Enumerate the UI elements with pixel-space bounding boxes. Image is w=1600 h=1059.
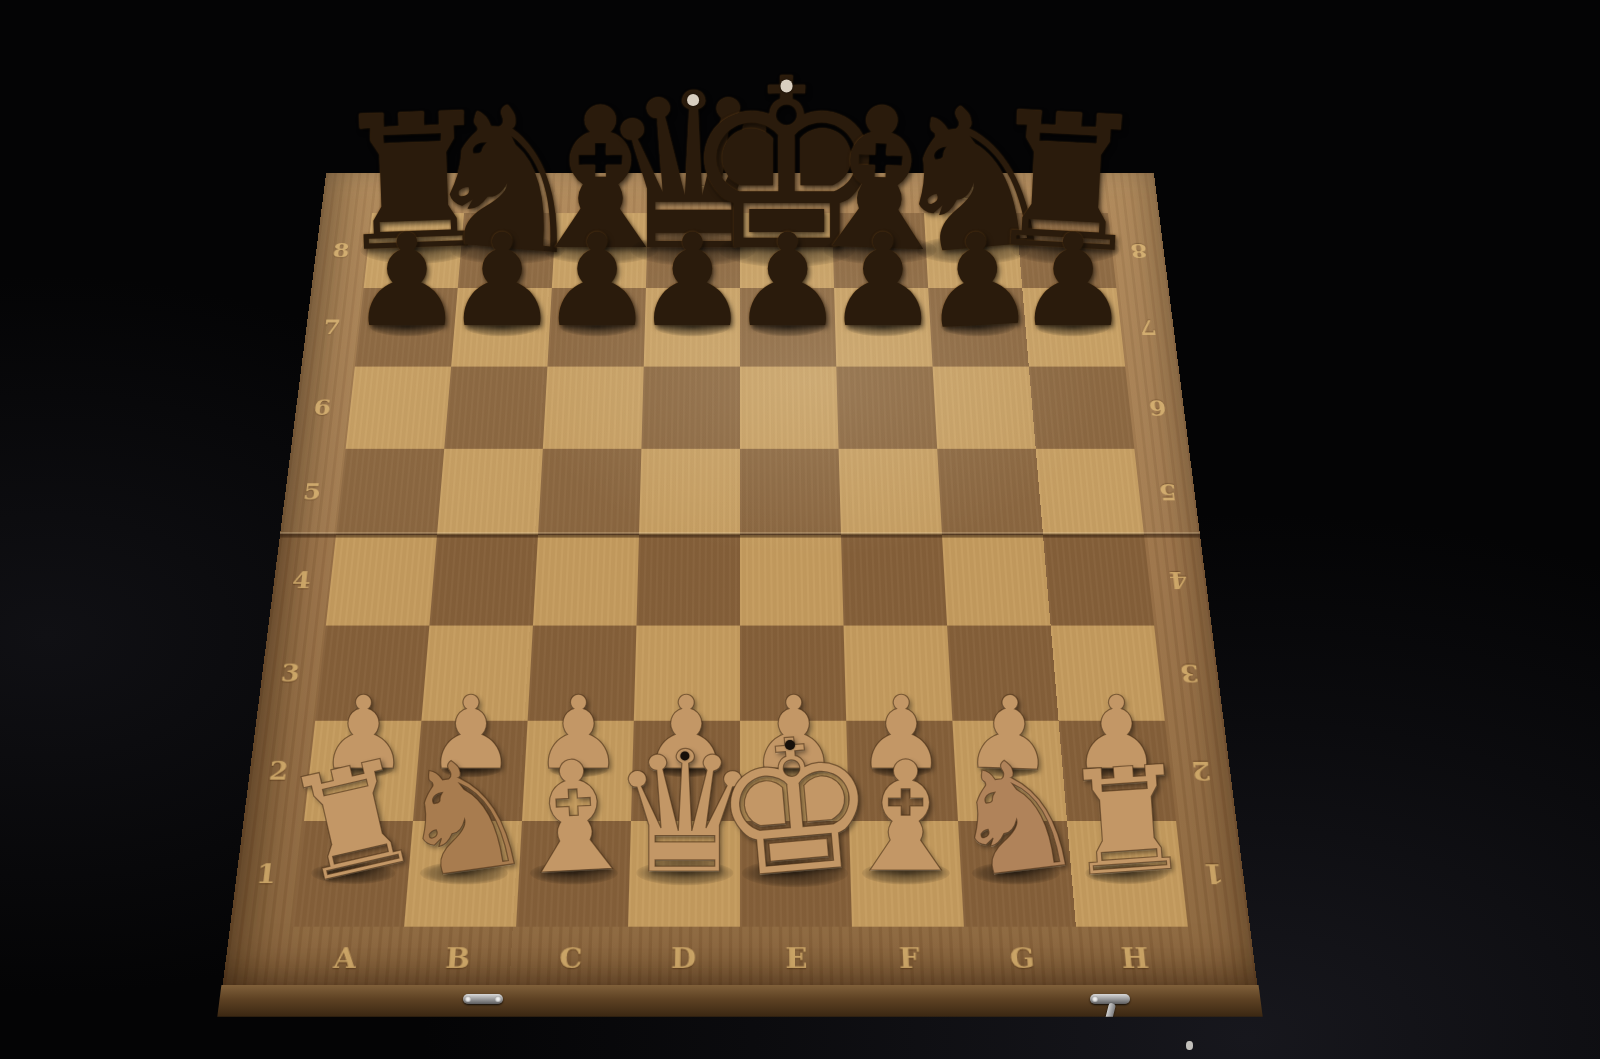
square-e5[interactable] — [740, 449, 841, 535]
box-front-edge — [217, 985, 1262, 1017]
square-a4[interactable] — [326, 535, 437, 626]
rank-label-left-5: 5 — [302, 479, 323, 505]
rank-label-left-3: 3 — [279, 658, 301, 686]
latch-left — [463, 994, 503, 1004]
file-label-bottom-B: B — [444, 942, 471, 975]
rank-label-left-7: 7 — [322, 315, 342, 338]
file-label-bottom-C: C — [558, 942, 583, 975]
square-h6[interactable] — [1029, 367, 1134, 449]
square-c5[interactable] — [538, 449, 641, 535]
square-g6[interactable] — [933, 367, 1036, 449]
square-d6[interactable] — [641, 367, 740, 449]
rank-label-right-6: 6 — [1148, 395, 1168, 419]
rank-label-left-1: 1 — [255, 858, 279, 889]
screw-icon — [1092, 996, 1098, 1002]
square-a6[interactable] — [346, 367, 451, 449]
square-f6[interactable] — [836, 367, 937, 449]
square-e4[interactable] — [740, 535, 844, 626]
white-rook-h1[interactable]: ♜ — [1057, 745, 1196, 898]
square-b6[interactable] — [444, 367, 547, 449]
square-f5[interactable] — [839, 449, 942, 535]
file-label-bottom-D: D — [671, 942, 697, 975]
file-label-bottom-G: G — [1009, 942, 1036, 975]
square-d5[interactable] — [639, 449, 740, 535]
rank-label-left-6: 6 — [312, 395, 332, 419]
rank-label-right-3: 3 — [1178, 658, 1200, 686]
square-h4[interactable] — [1043, 535, 1154, 626]
dust-speck — [1186, 1041, 1193, 1050]
rank-label-right-1: 1 — [1202, 858, 1226, 889]
square-c6[interactable] — [543, 367, 644, 449]
square-f4[interactable] — [841, 535, 947, 626]
square-g4[interactable] — [942, 535, 1051, 626]
black-pawn-h7[interactable]: ♟ — [1016, 217, 1131, 345]
square-c4[interactable] — [533, 535, 639, 626]
photo-backdrop: 8765432187654321ABCDEFGHABCDEFGH ♜♞♝♛♚♝♞… — [0, 0, 1600, 1059]
square-g5[interactable] — [937, 449, 1043, 535]
rank-label-right-4: 4 — [1168, 566, 1190, 593]
latch-hook — [1103, 1002, 1116, 1029]
square-b5[interactable] — [437, 449, 543, 535]
square-h5[interactable] — [1036, 449, 1144, 535]
square-e6[interactable] — [740, 367, 839, 449]
file-label-bottom-A: A — [332, 942, 358, 975]
file-label-bottom-F: F — [898, 942, 920, 975]
screw-icon — [465, 996, 471, 1002]
screw-icon — [495, 996, 501, 1002]
latch-right — [1090, 994, 1130, 1004]
square-a5[interactable] — [336, 449, 444, 535]
file-label-bottom-E: E — [785, 942, 808, 975]
rank-label-left-4: 4 — [291, 566, 313, 593]
file-label-bottom-H: H — [1120, 942, 1151, 975]
rank-label-right-5: 5 — [1157, 479, 1178, 505]
square-d4[interactable] — [636, 535, 740, 626]
square-b4[interactable] — [429, 535, 538, 626]
rank-label-right-2: 2 — [1190, 755, 1213, 785]
rank-label-right-7: 7 — [1138, 315, 1158, 338]
